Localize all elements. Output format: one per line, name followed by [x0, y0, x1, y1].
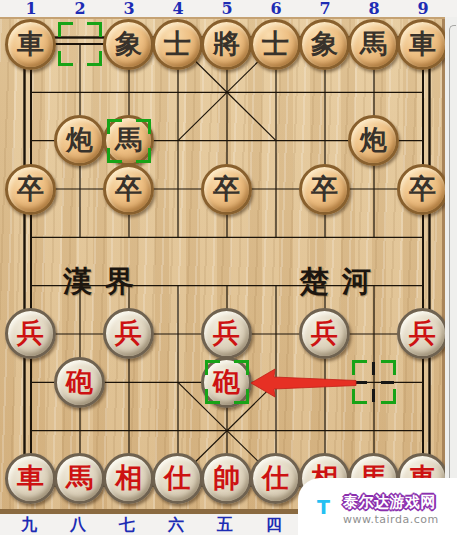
- piece-black-advisor[interactable]: 士: [250, 19, 301, 70]
- piece-black-horse[interactable]: 馬: [348, 19, 399, 70]
- piece-black-soldier[interactable]: 卒: [299, 164, 350, 215]
- watermark-logo-letter: T: [317, 498, 330, 517]
- piece-red-soldier[interactable]: 兵: [201, 308, 252, 359]
- piece-glyph: 馬: [360, 30, 387, 57]
- watermark-site-url: www.tairda.com: [343, 513, 439, 526]
- file-labels-top: 123456789: [0, 0, 457, 17]
- file-label: 五: [217, 515, 233, 535]
- piece-red-advisor[interactable]: 仕: [250, 453, 301, 504]
- file-label: 1: [25, 0, 36, 17]
- file-label: 四: [266, 515, 282, 535]
- piece-glyph: 車: [17, 464, 44, 491]
- piece-red-general[interactable]: 帥: [201, 453, 252, 504]
- piece-glyph: 炮: [66, 126, 93, 153]
- piece-glyph: 士: [164, 30, 191, 57]
- piece-glyph: 兵: [17, 319, 44, 346]
- piece-glyph: 相: [115, 464, 142, 491]
- piece-glyph: 兵: [213, 319, 240, 346]
- piece-black-cannon[interactable]: 炮: [54, 115, 105, 166]
- piece-glyph: 帥: [213, 464, 240, 491]
- piece-glyph: 仕: [262, 464, 289, 491]
- piece-red-soldier[interactable]: 兵: [299, 308, 350, 359]
- file-label: 2: [74, 0, 85, 17]
- board[interactable]: 漢界 楚河 車象士將士象馬車炮馬炮卒卒卒卒卒兵兵兵兵兵砲砲車馬相仕帥仕相馬車: [0, 17, 445, 514]
- file-label: 7: [319, 0, 330, 17]
- piece-black-soldier[interactable]: 卒: [397, 164, 448, 215]
- piece-glyph: 馬: [66, 464, 93, 491]
- piece-red-soldier[interactable]: 兵: [103, 308, 154, 359]
- piece-glyph: 卒: [17, 175, 44, 202]
- piece-glyph: 卒: [311, 175, 338, 202]
- crosshair-cursor-icon: [354, 381, 367, 384]
- file-label: 5: [221, 0, 232, 17]
- piece-black-elephant[interactable]: 象: [299, 19, 350, 70]
- piece-red-chariot[interactable]: 車: [5, 453, 56, 504]
- piece-glyph: 兵: [311, 319, 338, 346]
- piece-glyph: 車: [409, 30, 436, 57]
- board-grid[interactable]: 車象士將士象馬車炮馬炮卒卒卒卒卒兵兵兵兵兵砲砲車馬相仕帥仕相馬車: [6, 20, 447, 503]
- crosshair-cursor-icon: [372, 389, 375, 402]
- piece-glyph: 仕: [164, 464, 191, 491]
- watermark-site-name: 泰尔达游戏网: [343, 493, 439, 512]
- piece-glyph: 士: [262, 30, 289, 57]
- file-label: 9: [417, 0, 428, 17]
- piece-red-horse[interactable]: 馬: [54, 453, 105, 504]
- file-label: 七: [119, 515, 135, 535]
- move-highlight-marker: [107, 119, 151, 163]
- xiangqi-app: 123456789 漢界 楚河 車象士將士象馬車炮馬炮卒卒卒卒卒兵兵兵兵兵砲砲車…: [0, 0, 457, 535]
- file-label: 6: [270, 0, 281, 17]
- piece-red-elephant[interactable]: 相: [103, 453, 154, 504]
- piece-black-soldier[interactable]: 卒: [103, 164, 154, 215]
- side-panel-border: [449, 25, 456, 535]
- piece-glyph: 象: [115, 30, 142, 57]
- side-panel-edge: [445, 17, 457, 535]
- piece-red-soldier[interactable]: 兵: [397, 308, 448, 359]
- piece-glyph: 象: [311, 30, 338, 57]
- watermark-logo-icon: T: [310, 495, 337, 522]
- file-label: 4: [172, 0, 183, 17]
- file-label: 八: [70, 515, 86, 535]
- piece-glyph: 卒: [213, 175, 240, 202]
- piece-glyph: 兵: [409, 319, 436, 346]
- piece-red-soldier[interactable]: 兵: [5, 308, 56, 359]
- piece-black-elephant[interactable]: 象: [103, 19, 154, 70]
- piece-black-chariot[interactable]: 車: [397, 19, 448, 70]
- piece-glyph: 卒: [115, 175, 142, 202]
- file-label: 六: [168, 515, 184, 535]
- file-label: 3: [123, 0, 134, 17]
- piece-red-advisor[interactable]: 仕: [152, 453, 203, 504]
- watermark: T 泰尔达游戏网 www.tairda.com: [298, 478, 457, 535]
- piece-glyph: 砲: [66, 368, 93, 395]
- move-origin-marker-with-cursor: [352, 360, 396, 404]
- crosshair-cursor-icon: [381, 381, 394, 384]
- piece-black-chariot[interactable]: 車: [5, 19, 56, 70]
- piece-black-advisor[interactable]: 士: [152, 19, 203, 70]
- piece-glyph: 炮: [360, 126, 387, 153]
- piece-glyph: 車: [17, 30, 44, 57]
- piece-red-cannon[interactable]: 砲: [54, 357, 105, 408]
- crosshair-cursor-icon: [372, 362, 375, 375]
- piece-black-soldier[interactable]: 卒: [5, 164, 56, 215]
- move-highlight-marker: [205, 360, 249, 404]
- file-label: 8: [368, 0, 379, 17]
- piece-black-general[interactable]: 將: [201, 19, 252, 70]
- piece-glyph: 將: [213, 30, 240, 57]
- piece-black-soldier[interactable]: 卒: [201, 164, 252, 215]
- file-label: 九: [21, 515, 37, 535]
- piece-glyph: 兵: [115, 319, 142, 346]
- piece-glyph: 卒: [409, 175, 436, 202]
- move-highlight-marker: [58, 22, 102, 66]
- piece-black-cannon[interactable]: 炮: [348, 115, 399, 166]
